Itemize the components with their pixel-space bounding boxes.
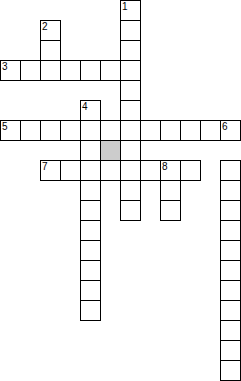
cell-r8-c11[interactable] [220,160,241,181]
cell-r4-c6[interactable] [120,80,141,101]
cell-r6-c11[interactable]: 6 [220,120,241,141]
cell-r6-c10[interactable] [200,120,221,141]
cell-r8-c4[interactable] [80,160,101,181]
cell-r9-c11[interactable] [220,180,241,201]
cell-r5-c6[interactable] [120,100,141,121]
cell-r13-c11[interactable] [220,260,241,281]
cell-r3-c5[interactable] [100,60,121,81]
cell-r11-c11[interactable] [220,220,241,241]
cell-r3-c6[interactable] [120,60,141,81]
cell-r6-c2[interactable] [40,120,61,141]
cell-r9-c6[interactable] [120,180,141,201]
cell-r5-c4[interactable]: 4 [80,100,101,121]
crossword-board: 12345678 [0,0,241,381]
cell-r16-c11[interactable] [220,320,241,341]
cell-r8-c5[interactable] [100,160,121,181]
cell-r6-c3[interactable] [60,120,81,141]
cell-r7-c4[interactable] [80,140,101,161]
cell-r1-c6[interactable] [120,20,141,41]
cell-r8-c2[interactable]: 7 [40,160,61,181]
cell-r15-c4[interactable] [80,300,101,321]
cell-r15-c11[interactable] [220,300,241,321]
cell-r10-c8[interactable] [160,200,181,221]
clue-number-8: 8 [162,161,168,172]
cell-r6-c8[interactable] [160,120,181,141]
cell-r8-c3[interactable] [60,160,81,181]
clue-number-4: 4 [82,101,88,112]
cell-r0-c6[interactable]: 1 [120,0,141,21]
clue-number-6: 6 [222,121,228,132]
cell-r12-c4[interactable] [80,240,101,261]
cell-r13-c4[interactable] [80,260,101,281]
cell-r8-c8[interactable]: 8 [160,160,181,181]
cell-r9-c4[interactable] [80,180,101,201]
cell-r2-c6[interactable] [120,40,141,61]
cell-r8-c6[interactable] [120,160,141,181]
cell-r6-c1[interactable] [20,120,41,141]
cell-r10-c6[interactable] [120,200,141,221]
cell-r14-c4[interactable] [80,280,101,301]
cell-r6-c5[interactable] [100,120,121,141]
cell-r7-c6[interactable] [120,140,141,161]
cell-r3-c4[interactable] [80,60,101,81]
cell-r14-c11[interactable] [220,280,241,301]
cell-r6-c4[interactable] [80,120,101,141]
cell-r3-c3[interactable] [60,60,81,81]
cell-r8-c7[interactable] [140,160,161,181]
cell-r18-c11[interactable] [220,360,241,381]
cell-r3-c2[interactable] [40,60,61,81]
cell-r2-c2[interactable] [40,40,61,61]
clue-number-7: 7 [42,161,48,172]
clue-number-5: 5 [2,121,8,132]
cell-r10-c4[interactable] [80,200,101,221]
cell-r3-c0[interactable]: 3 [0,60,21,81]
clue-number-1: 1 [122,1,128,12]
cell-r8-c9[interactable] [180,160,201,181]
cell-r6-c7[interactable] [140,120,161,141]
cell-r6-c6[interactable] [120,120,141,141]
cell-r6-c0[interactable]: 5 [0,120,21,141]
cell-r9-c8[interactable] [160,180,181,201]
clue-number-2: 2 [42,21,48,32]
cell-r1-c2[interactable]: 2 [40,20,61,41]
cell-r7-c5-shaded[interactable] [100,140,121,161]
cell-r11-c4[interactable] [80,220,101,241]
cell-r12-c11[interactable] [220,240,241,261]
cell-r6-c9[interactable] [180,120,201,141]
cell-r10-c11[interactable] [220,200,241,221]
cell-r3-c1[interactable] [20,60,41,81]
clue-number-3: 3 [2,61,8,72]
cell-r17-c11[interactable] [220,340,241,361]
